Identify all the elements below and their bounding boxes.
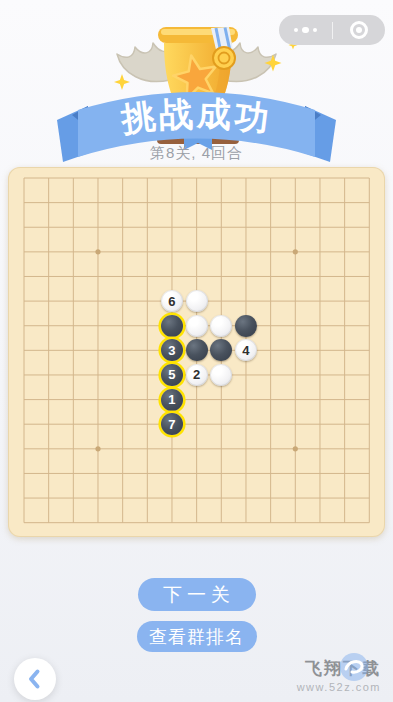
gomoku-board[interactable]: 6345217 (8, 167, 385, 537)
stone-black (235, 315, 257, 337)
watermark: 飞翔下载 www.52z.com (297, 657, 381, 693)
miniprogram-capsule (279, 15, 385, 45)
gomoku-result-screen: 挑战成功 第8关, 4回合 6345217 下一关 查看群排名 飞翔下载 www… (0, 0, 393, 702)
back-button[interactable] (14, 658, 56, 700)
stone-white (210, 364, 232, 386)
stones-layer: 6345217 (8, 167, 385, 537)
level-round-subtitle: 第8关, 4回合 (0, 144, 393, 163)
stone-black-move-3: 3 (161, 339, 183, 361)
stone-black-move-7: 7 (161, 413, 183, 435)
watermark-title: 飞翔下载 (297, 657, 381, 680)
stone-black (161, 315, 183, 337)
stone-white-move-6: 6 (161, 290, 183, 312)
watermark-logo-icon (340, 653, 368, 681)
close-miniprogram-button[interactable] (333, 15, 386, 45)
stone-white (186, 290, 208, 312)
view-group-ranking-button[interactable]: 查看群排名 (137, 621, 257, 652)
watermark-url: www.52z.com (297, 681, 381, 693)
chevron-left-icon (24, 668, 46, 690)
stone-black (186, 339, 208, 361)
next-level-button[interactable]: 下一关 (138, 578, 256, 611)
more-options-button[interactable] (279, 15, 332, 45)
stone-black-move-1: 1 (161, 389, 183, 411)
stone-white-move-4: 4 (235, 339, 257, 361)
stone-black (210, 339, 232, 361)
stone-white-move-2: 2 (186, 364, 208, 386)
stone-white (210, 315, 232, 337)
stone-white (186, 315, 208, 337)
stone-black-move-5: 5 (161, 364, 183, 386)
close-circle-icon (350, 21, 368, 39)
ellipsis-icon (294, 27, 317, 34)
